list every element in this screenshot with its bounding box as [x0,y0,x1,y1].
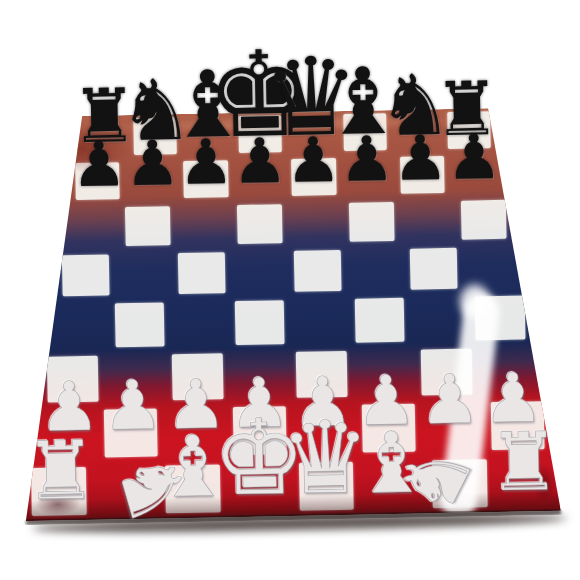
square-e5[interactable] [288,246,347,296]
piece-clear-rook-h1[interactable]: ♜ [487,421,560,502]
square-b5[interactable] [114,249,173,299]
board-row-rank-6 [63,196,512,252]
piece-clear-rook-a1[interactable]: ♜ [24,430,97,511]
piece-black-pawn-a7[interactable]: ♟ [71,133,128,196]
square-c4[interactable] [169,297,230,350]
square-f4[interactable] [349,294,410,347]
square-c6[interactable] [175,201,232,249]
square-e4[interactable] [289,295,350,348]
square-h4[interactable] [469,291,530,344]
square-d5[interactable] [230,247,289,297]
piece-black-pawn-c7[interactable]: ♟ [178,131,235,194]
piece-black-pawn-b7[interactable]: ♟ [124,132,181,195]
square-a5[interactable] [56,250,115,300]
square-h6[interactable] [455,196,512,244]
board-row-rank-4 [49,291,531,352]
piece-black-pawn-e7[interactable]: ♟ [285,129,342,192]
piece-black-pawn-d7[interactable]: ♟ [231,130,288,193]
chess-board: ♜♞♝♚♛♝♞♜♟♟♟♟♟♟♟♟♟♟♟♟♟♟♟♟♜♞♝♚♛♝♞♜ [18,107,561,521]
square-d6[interactable] [231,200,288,248]
square-f6[interactable] [343,198,400,246]
square-g6[interactable] [399,197,456,245]
square-g4[interactable] [409,293,470,346]
square-c5[interactable] [172,248,231,298]
board-photo: ♜♞♝♚♛♝♞♜♟♟♟♟♟♟♟♟♟♟♟♟♟♟♟♟♜♞♝♚♛♝♞♜ [0,0,580,580]
square-d4[interactable] [229,296,290,349]
square-h5[interactable] [462,243,521,293]
square-a4[interactable] [49,299,110,352]
square-a6[interactable] [63,203,120,251]
square-e6[interactable] [287,199,344,247]
board-row-rank-5 [56,243,521,301]
square-g5[interactable] [404,244,463,294]
piece-black-pawn-f7[interactable]: ♟ [339,128,396,191]
piece-black-pawn-h7[interactable]: ♟ [446,126,503,189]
square-b6[interactable] [119,202,176,250]
square-b4[interactable] [109,298,170,351]
square-f5[interactable] [346,245,405,295]
piece-black-pawn-g7[interactable]: ♟ [392,127,449,190]
